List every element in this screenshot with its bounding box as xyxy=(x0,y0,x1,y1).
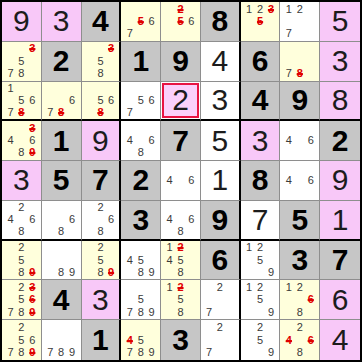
candidate-5: 5 xyxy=(16,334,27,347)
candidate-9: 9 xyxy=(146,306,157,318)
cell-r7c4[interactable]: 4589 xyxy=(121,241,161,281)
candidate-1: 1 xyxy=(5,83,16,95)
cell-value: 9 xyxy=(332,165,349,195)
cell-r5c6[interactable]: 1 xyxy=(201,161,241,201)
cell-value: 5 xyxy=(332,6,349,36)
cell-r4c3[interactable]: 9 xyxy=(82,121,122,161)
candidate-2: 2 xyxy=(294,3,305,15)
cell-r8c1[interactable]: 2356789 xyxy=(2,280,42,320)
cell-r5c4[interactable]: 2 xyxy=(121,161,161,201)
candidate-2: 2 xyxy=(294,281,305,293)
cell-r5c1[interactable]: 3 xyxy=(2,161,42,201)
candidate-grid: 259 xyxy=(244,321,277,359)
candidate-6-eliminated: 6 xyxy=(305,334,316,347)
candidate-5-eliminated: 5 xyxy=(255,15,266,27)
candidate-grid: 89 xyxy=(45,242,78,279)
candidate-4: 4 xyxy=(164,174,175,186)
candidate-4: 4 xyxy=(164,254,175,266)
candidate-grid: 12458 xyxy=(164,242,197,279)
candidate-grid: 3578 xyxy=(5,43,38,80)
candidate-1: 1 xyxy=(244,3,255,15)
cell-r5c8[interactable]: 46 xyxy=(280,161,320,201)
candidate-2: 2 xyxy=(95,242,106,254)
candidate-grid: 2468 xyxy=(5,202,38,238)
cell-value: 7 xyxy=(332,245,349,275)
candidate-1: 1 xyxy=(164,242,175,254)
cell-r2c6[interactable]: 4 xyxy=(201,42,241,82)
candidate-8: 8 xyxy=(56,226,67,238)
candidate-3-eliminated: 3 xyxy=(266,3,277,15)
cell-value: 9 xyxy=(172,46,189,76)
candidate-grid: 46 xyxy=(164,162,197,199)
candidate-8: 8 xyxy=(56,346,67,359)
candidate-9-eliminated: 9 xyxy=(27,306,38,318)
cell-r4c2[interactable]: 1 xyxy=(42,121,82,161)
candidate-7: 7 xyxy=(283,28,294,40)
candidate-5: 5 xyxy=(135,254,146,266)
candidate-6: 6 xyxy=(186,15,197,27)
sudoku-board: 9345672568123512753578235819467831567867… xyxy=(0,0,362,362)
cell-value: 6 xyxy=(252,46,269,76)
candidate-grid: 567 xyxy=(124,83,157,119)
candidate-2-eliminated: 2 xyxy=(175,281,186,293)
candidate-8: 8 xyxy=(95,266,106,278)
cell-value: 5 xyxy=(211,126,228,156)
candidate-1: 1 xyxy=(283,281,294,293)
cell-r6c5[interactable]: 468 xyxy=(161,201,201,241)
candidate-4-eliminated: 4 xyxy=(283,334,294,347)
candidate-5: 5 xyxy=(255,334,266,347)
candidate-grid: 268 xyxy=(85,202,117,238)
candidate-6: 6 xyxy=(67,214,78,226)
cell-value: 3 xyxy=(132,205,149,235)
candidate-2: 2 xyxy=(16,321,27,334)
cell-r2c9[interactable]: 3 xyxy=(320,42,360,82)
candidate-5-eliminated: 5 xyxy=(175,15,186,27)
candidate-grid: 45789 xyxy=(124,321,157,359)
candidate-9: 9 xyxy=(266,306,277,318)
candidate-4: 4 xyxy=(283,135,294,147)
candidate-8: 8 xyxy=(294,306,305,318)
cell-value: 1 xyxy=(132,46,149,76)
cell-value: 1 xyxy=(332,205,349,235)
candidate-grid: 1259 xyxy=(244,281,277,318)
candidate-grid: 2468 xyxy=(283,321,316,359)
candidate-4: 4 xyxy=(124,254,135,266)
candidate-grid: 127 xyxy=(283,3,316,40)
cell-r5c9[interactable]: 9 xyxy=(320,161,360,201)
cell-r1c7[interactable]: 1235 xyxy=(241,2,281,42)
candidate-9-eliminated: 9 xyxy=(27,147,38,159)
cell-r9c7[interactable]: 259 xyxy=(241,320,281,360)
candidate-5: 5 xyxy=(255,254,266,266)
cell-r7c6[interactable]: 6 xyxy=(201,241,241,281)
cell-value: 5 xyxy=(53,165,70,195)
cell-r6c8[interactable]: 5 xyxy=(280,201,320,241)
cell-r7c9[interactable]: 7 xyxy=(320,241,360,281)
cell-r4c8[interactable]: 46 xyxy=(280,121,320,161)
candidate-8: 8 xyxy=(95,67,106,79)
candidate-grid: 15678 xyxy=(5,83,38,119)
cell-r7c1[interactable]: 2589 xyxy=(2,241,42,281)
candidate-8-eliminated: 8 xyxy=(95,106,106,118)
cell-r2c3[interactable]: 358 xyxy=(82,42,122,82)
candidate-8-eliminated: 8 xyxy=(56,106,67,118)
cell-r9c2[interactable]: 789 xyxy=(42,320,82,360)
cell-value: 8 xyxy=(252,165,269,195)
cell-r5c3[interactable]: 7 xyxy=(82,161,122,201)
candidate-5: 5 xyxy=(255,294,266,306)
cell-r1c3[interactable]: 4 xyxy=(82,2,122,42)
candidate-5: 5 xyxy=(175,254,186,266)
candidate-grid: 256789 xyxy=(5,321,38,359)
candidate-6: 6 xyxy=(186,174,197,186)
candidate-7: 7 xyxy=(204,306,215,318)
candidate-9-eliminated: 9 xyxy=(27,266,38,278)
cell-value: 6 xyxy=(211,245,228,275)
cell-r7c5[interactable]: 12458 xyxy=(161,241,201,281)
cell-r3c1[interactable]: 15678 xyxy=(2,82,42,122)
cell-r4c4[interactable]: 468 xyxy=(121,121,161,161)
candidate-2: 2 xyxy=(16,242,27,254)
candidate-7: 7 xyxy=(5,346,16,359)
cell-value: 5 xyxy=(291,205,308,235)
cell-r9c8[interactable]: 2468 xyxy=(280,320,320,360)
cell-r4c1[interactable]: 34689 xyxy=(2,121,42,161)
candidate-8: 8 xyxy=(135,147,146,159)
cell-r2c8[interactable]: 78 xyxy=(280,42,320,82)
cell-r6c1[interactable]: 2468 xyxy=(2,201,42,241)
cell-value: 3 xyxy=(172,325,189,355)
candidate-grid: 468 xyxy=(124,122,157,159)
candidate-3-eliminated: 3 xyxy=(27,122,38,134)
candidate-6: 6 xyxy=(27,334,38,347)
candidate-9: 9 xyxy=(266,346,277,359)
candidate-grid: 1259 xyxy=(244,242,277,279)
cell-r2c4[interactable]: 1 xyxy=(121,42,161,82)
candidate-7: 7 xyxy=(45,106,56,118)
cell-value: 3 xyxy=(252,126,269,156)
candidate-7: 7 xyxy=(5,67,16,79)
candidate-5-eliminated: 5 xyxy=(135,15,146,27)
candidate-9: 9 xyxy=(146,266,157,278)
candidate-1: 1 xyxy=(164,281,175,293)
cell-r8c7[interactable]: 1259 xyxy=(241,280,281,320)
candidate-6: 6 xyxy=(106,214,117,226)
cell-r6c3[interactable]: 268 xyxy=(82,201,122,241)
candidate-5: 5 xyxy=(16,94,27,106)
candidate-2: 2 xyxy=(214,321,225,334)
candidate-4: 4 xyxy=(283,174,294,186)
candidate-9: 9 xyxy=(146,346,157,359)
cell-r4c7[interactable]: 3 xyxy=(241,121,281,161)
candidate-grid: 568 xyxy=(85,83,117,119)
candidate-9: 9 xyxy=(67,266,78,278)
candidate-grid: 789 xyxy=(45,321,78,359)
candidate-8-eliminated: 8 xyxy=(294,67,305,79)
candidate-7: 7 xyxy=(283,67,294,79)
cell-r3c9[interactable]: 8 xyxy=(320,82,360,122)
candidate-4: 4 xyxy=(5,214,16,226)
cell-value: 6 xyxy=(332,285,349,315)
cell-value: 9 xyxy=(211,205,228,235)
cell-r3c4[interactable]: 567 xyxy=(121,82,161,122)
candidate-8: 8 xyxy=(16,67,27,79)
candidate-5: 5 xyxy=(95,94,106,106)
candidate-4: 4 xyxy=(5,135,16,147)
cell-r8c8[interactable]: 1268 xyxy=(280,280,320,320)
candidate-grid: 2589 xyxy=(85,242,117,279)
candidate-grid: 1235 xyxy=(244,3,277,40)
cell-value: 4 xyxy=(53,285,70,315)
candidate-8: 8 xyxy=(135,266,146,278)
cell-r2c5[interactable]: 9 xyxy=(161,42,201,82)
candidate-6: 6 xyxy=(27,135,38,147)
candidate-8: 8 xyxy=(16,226,27,238)
cell-r8c4[interactable]: 5789 xyxy=(121,280,161,320)
candidate-8: 8 xyxy=(135,306,146,318)
candidate-grid: 256 xyxy=(164,3,197,40)
candidate-7: 7 xyxy=(124,106,135,118)
candidate-grid: 5789 xyxy=(124,281,157,318)
cell-value: 7 xyxy=(172,126,189,156)
cell-r9c6[interactable]: 27 xyxy=(201,320,241,360)
candidate-2-eliminated: 2 xyxy=(175,3,186,15)
cell-value: 2 xyxy=(172,85,189,115)
cell-r9c3[interactable]: 1 xyxy=(82,320,122,360)
candidate-8: 8 xyxy=(16,266,27,278)
candidate-5: 5 xyxy=(16,55,27,67)
cell-r9c1[interactable]: 256789 xyxy=(2,320,42,360)
candidate-3-eliminated: 3 xyxy=(27,281,38,293)
candidate-9: 9 xyxy=(266,266,277,278)
cell-value: 8 xyxy=(332,85,349,115)
cell-r3c8[interactable]: 9 xyxy=(280,82,320,122)
candidate-grid: 27 xyxy=(204,281,236,318)
cell-value: 3 xyxy=(211,85,228,115)
cell-value: 9 xyxy=(13,6,30,36)
cell-r8c3[interactable]: 3 xyxy=(82,280,122,320)
cell-r1c2[interactable]: 3 xyxy=(42,2,82,42)
cell-r3c5[interactable]: 2 xyxy=(161,82,201,122)
candidate-grid: 468 xyxy=(164,202,197,238)
cell-value: 1 xyxy=(53,126,70,156)
candidate-2: 2 xyxy=(16,281,27,293)
cell-value: 8 xyxy=(211,6,228,36)
candidate-2: 2 xyxy=(255,321,266,334)
candidate-grid: 2356789 xyxy=(5,281,38,318)
candidate-3-eliminated: 3 xyxy=(106,43,117,55)
candidate-1: 1 xyxy=(244,242,255,254)
cell-value: 7 xyxy=(92,165,109,195)
cell-r8c5[interactable]: 1258 xyxy=(161,280,201,320)
cell-r1c1[interactable]: 9 xyxy=(2,2,42,42)
candidate-grid: 46 xyxy=(283,122,316,159)
candidate-9: 9 xyxy=(67,346,78,359)
cell-r1c4[interactable]: 567 xyxy=(121,2,161,42)
cell-r1c8[interactable]: 127 xyxy=(280,2,320,42)
candidate-6: 6 xyxy=(146,15,157,27)
candidate-2-eliminated: 2 xyxy=(175,242,186,254)
cell-r9c4[interactable]: 45789 xyxy=(121,320,161,360)
cell-value: 3 xyxy=(291,245,308,275)
candidate-grid: 27 xyxy=(204,321,236,359)
candidate-6: 6 xyxy=(146,135,157,147)
candidate-8-eliminated: 8 xyxy=(16,106,27,118)
candidate-5: 5 xyxy=(135,94,146,106)
candidate-grid: 567 xyxy=(124,3,157,40)
cell-r7c2[interactable]: 89 xyxy=(42,241,82,281)
candidate-3-eliminated: 3 xyxy=(27,43,38,55)
cell-value: 2 xyxy=(332,126,349,156)
candidate-8: 8 xyxy=(95,226,106,238)
candidate-8: 8 xyxy=(175,226,186,238)
candidate-5: 5 xyxy=(95,254,106,266)
candidate-grid: 46 xyxy=(283,162,316,199)
candidate-6: 6 xyxy=(67,94,78,106)
cell-value: 7 xyxy=(252,205,269,235)
candidate-6-eliminated: 6 xyxy=(27,294,38,306)
cell-r3c6[interactable]: 3 xyxy=(201,82,241,122)
cell-value: 4 xyxy=(92,6,109,36)
candidate-5: 5 xyxy=(16,294,27,306)
candidate-grid: 2589 xyxy=(5,242,38,279)
cell-r6c9[interactable]: 1 xyxy=(320,201,360,241)
cell-r2c2[interactable]: 2 xyxy=(42,42,82,82)
cell-r8c2[interactable]: 4 xyxy=(42,280,82,320)
cell-value: 3 xyxy=(332,46,349,76)
cell-r1c6[interactable]: 8 xyxy=(201,2,241,42)
candidate-grid: 678 xyxy=(45,83,78,119)
candidate-4: 4 xyxy=(124,135,135,147)
cell-r3c3[interactable]: 568 xyxy=(82,82,122,122)
cell-r7c8[interactable]: 3 xyxy=(280,241,320,281)
cell-value: 2 xyxy=(53,46,70,76)
candidate-8: 8 xyxy=(16,346,27,359)
cell-value: 4 xyxy=(332,325,349,355)
cell-value: 3 xyxy=(92,285,109,315)
cell-value: 1 xyxy=(211,165,228,195)
candidate-6: 6 xyxy=(27,94,38,106)
candidate-4: 4 xyxy=(164,214,175,226)
candidate-6: 6 xyxy=(27,214,38,226)
cell-r6c7[interactable]: 7 xyxy=(241,201,281,241)
candidate-7: 7 xyxy=(5,106,16,118)
cell-value: 4 xyxy=(211,46,228,76)
candidate-7: 7 xyxy=(45,346,56,359)
cell-r6c6[interactable]: 9 xyxy=(201,201,241,241)
candidate-6: 6 xyxy=(146,94,157,106)
candidate-2: 2 xyxy=(16,202,27,214)
candidate-grid: 1258 xyxy=(164,281,197,318)
candidate-9-eliminated: 9 xyxy=(27,346,38,359)
cell-r1c9[interactable]: 5 xyxy=(320,2,360,42)
candidate-8: 8 xyxy=(56,266,67,278)
candidate-grid: 4589 xyxy=(124,242,157,279)
cell-r8c6[interactable]: 27 xyxy=(201,280,241,320)
cell-r4c9[interactable]: 2 xyxy=(320,121,360,161)
candidate-8: 8 xyxy=(135,346,146,359)
cell-r5c5[interactable]: 46 xyxy=(161,161,201,201)
candidate-8: 8 xyxy=(175,306,186,318)
candidate-2: 2 xyxy=(255,281,266,293)
cell-value: 1 xyxy=(92,325,109,355)
candidate-6-eliminated: 6 xyxy=(305,294,316,306)
candidate-2: 2 xyxy=(214,281,225,293)
candidate-7: 7 xyxy=(124,28,135,40)
cell-r5c7[interactable]: 8 xyxy=(241,161,281,201)
candidate-4-eliminated: 4 xyxy=(124,334,135,347)
candidate-2: 2 xyxy=(294,321,305,334)
candidate-6: 6 xyxy=(305,135,316,147)
candidate-7: 7 xyxy=(5,306,16,318)
cell-r5c2[interactable]: 5 xyxy=(42,161,82,201)
cell-r4c5[interactable]: 7 xyxy=(161,121,201,161)
cell-r2c1[interactable]: 3578 xyxy=(2,42,42,82)
cell-r9c5[interactable]: 3 xyxy=(161,320,201,360)
candidate-grid: 1268 xyxy=(283,281,316,318)
candidate-5: 5 xyxy=(95,55,106,67)
cell-r7c3[interactable]: 2589 xyxy=(82,241,122,281)
cell-value: 3 xyxy=(13,165,30,195)
cell-r4c6[interactable]: 5 xyxy=(201,121,241,161)
candidate-2: 2 xyxy=(255,3,266,15)
cell-value: 9 xyxy=(92,126,109,156)
candidate-2: 2 xyxy=(95,202,106,214)
candidate-5: 5 xyxy=(135,334,146,347)
candidate-6: 6 xyxy=(186,214,197,226)
candidate-6: 6 xyxy=(106,94,117,106)
candidate-grid: 358 xyxy=(85,43,117,80)
candidate-8: 8 xyxy=(16,306,27,318)
cell-r3c7[interactable]: 4 xyxy=(241,82,281,122)
candidate-5: 5 xyxy=(175,294,186,306)
candidate-5: 5 xyxy=(135,294,146,306)
cell-r9c9[interactable]: 4 xyxy=(320,320,360,360)
candidate-1: 1 xyxy=(244,281,255,293)
cell-r8c9[interactable]: 6 xyxy=(320,280,360,320)
candidate-5: 5 xyxy=(16,254,27,266)
candidate-grid: 68 xyxy=(45,202,78,238)
candidate-grid: 78 xyxy=(283,43,316,80)
candidate-6: 6 xyxy=(305,174,316,186)
candidate-grid: 34689 xyxy=(5,122,38,159)
candidate-8: 8 xyxy=(16,147,27,159)
candidate-2: 2 xyxy=(255,242,266,254)
candidate-7: 7 xyxy=(204,346,215,359)
cell-r7c7[interactable]: 1259 xyxy=(241,241,281,281)
candidate-9-eliminated: 9 xyxy=(106,266,117,278)
cell-value: 3 xyxy=(53,6,70,36)
candidate-7: 7 xyxy=(124,306,135,318)
cell-value: 9 xyxy=(291,85,308,115)
cell-r2c7[interactable]: 6 xyxy=(241,42,281,82)
candidate-1: 1 xyxy=(283,3,294,15)
candidate-7: 7 xyxy=(124,346,135,359)
cell-value: 2 xyxy=(132,165,149,195)
cell-r6c4[interactable]: 3 xyxy=(121,201,161,241)
cell-r3c2[interactable]: 678 xyxy=(42,82,82,122)
cell-value: 4 xyxy=(252,85,269,115)
cell-r6c2[interactable]: 68 xyxy=(42,201,82,241)
cell-r1c5[interactable]: 256 xyxy=(161,2,201,42)
candidate-8: 8 xyxy=(294,346,305,359)
candidate-8: 8 xyxy=(175,266,186,278)
